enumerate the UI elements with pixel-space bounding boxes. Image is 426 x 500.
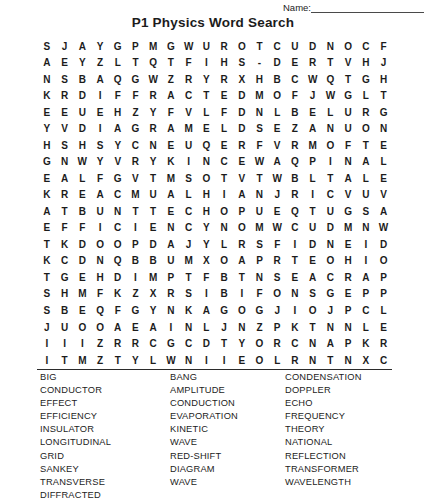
grid-cell-r16c18: E — [339, 286, 357, 303]
grid-cell-r11c13: U — [251, 203, 269, 220]
grid-cell-r1c16: D — [304, 38, 322, 55]
grid-cell-r14c13: P — [251, 253, 269, 270]
grid-cell-r5c14: L — [268, 104, 286, 121]
grid-cell-r9c11: T — [215, 170, 233, 187]
grid-cell-r10c2: R — [56, 187, 74, 204]
grid-cell-r12c20: W — [375, 220, 393, 237]
grid-cell-r19c17: A — [322, 335, 340, 352]
grid-cell-r2c18: V — [339, 55, 357, 72]
grid-cell-r2c10: I — [197, 55, 215, 72]
grid-cell-r13c19: I — [357, 236, 375, 253]
word-list-item: GRID — [40, 450, 170, 463]
grid-cell-r13c2: K — [56, 236, 74, 253]
grid-cell-r10c9: L — [180, 187, 198, 204]
grid-cell-r15c9: T — [180, 269, 198, 286]
grid-cell-r4c14: O — [268, 88, 286, 105]
grid-cell-r9c16: L — [304, 170, 322, 187]
grid-cell-r9c15: B — [286, 170, 304, 187]
grid-cell-r10c3: E — [73, 187, 91, 204]
grid-cell-r4c8: A — [162, 88, 180, 105]
grid-cell-r18c3: O — [73, 319, 91, 336]
grid-cell-r10c20: V — [375, 187, 393, 204]
grid-cell-r1c10: U — [197, 38, 215, 55]
grid-cell-r12c9: C — [180, 220, 198, 237]
grid-cell-r14c12: A — [233, 253, 251, 270]
grid-cell-r8c7: Y — [144, 154, 162, 171]
grid-cell-r9c2: A — [56, 170, 74, 187]
grid-cell-r14c3: D — [73, 253, 91, 270]
grid-cell-r2c4: Z — [91, 55, 109, 72]
grid-cell-r13c6: P — [127, 236, 145, 253]
grid-cell-r12c1: E — [38, 220, 56, 237]
name-label: Name: — [283, 2, 311, 13]
grid-cell-r20c20: C — [375, 352, 393, 369]
grid-cell-r7c10: Q — [197, 137, 215, 154]
grid-cell-r18c14: P — [268, 319, 286, 336]
grid-cell-r5c10: L — [197, 104, 215, 121]
grid-cell-r1c18: O — [339, 38, 357, 55]
grid-cell-r1c4: Y — [91, 38, 109, 55]
grid-cell-r3c8: Z — [162, 71, 180, 88]
grid-cell-r11c15: Q — [286, 203, 304, 220]
word-list-item: CONDENSATION — [285, 371, 422, 384]
grid-cell-r2c20: J — [375, 55, 393, 72]
grid-cell-r2c6: T — [127, 55, 145, 72]
grid-cell-r15c11: B — [215, 269, 233, 286]
grid-cell-r1c13: T — [251, 38, 269, 55]
grid-cell-r11c7: T — [144, 203, 162, 220]
grid-cell-r20c14: L — [268, 352, 286, 369]
grid-cell-r6c3: D — [73, 121, 91, 138]
grid-cell-r20c11: I — [215, 352, 233, 369]
grid-cell-r6c11: L — [215, 121, 233, 138]
grid-cell-r12c10: Y — [197, 220, 215, 237]
worksheet-page: Name: P1 Physics Word Search SJAYGPMGWUR… — [0, 0, 426, 500]
grid-cell-r15c19: A — [357, 269, 375, 286]
grid-cell-r13c17: N — [322, 236, 340, 253]
grid-cell-r13c18: E — [339, 236, 357, 253]
word-list-item: DIFFRACTED — [40, 489, 170, 500]
grid-cell-r15c3: E — [73, 269, 91, 286]
grid-cell-r12c15: C — [286, 220, 304, 237]
grid-cell-r15c15: E — [286, 269, 304, 286]
grid-cell-r4c6: F — [127, 88, 145, 105]
grid-cell-r9c3: L — [73, 170, 91, 187]
grid-cell-r4c9: C — [180, 88, 198, 105]
grid-cell-r1c12: O — [233, 38, 251, 55]
grid-cell-r11c5: N — [109, 203, 127, 220]
grid-cell-r2c11: H — [215, 55, 233, 72]
grid-cell-r8c5: V — [109, 154, 127, 171]
name-fill-line — [311, 12, 424, 13]
grid-cell-r1c17: N — [322, 38, 340, 55]
grid-cell-r11c6: T — [127, 203, 145, 220]
grid-cell-r17c7: Y — [144, 302, 162, 319]
grid-cell-r20c7: L — [144, 352, 162, 369]
grid-cell-r15c17: C — [322, 269, 340, 286]
grid-cell-r2c15: E — [286, 55, 304, 72]
grid-cell-r7c7: N — [144, 137, 162, 154]
grid-cell-r4c19: L — [357, 88, 375, 105]
grid-cell-r4c5: F — [109, 88, 127, 105]
grid-cell-r17c20: L — [375, 302, 393, 319]
grid-cell-r3c4: A — [91, 71, 109, 88]
grid-cell-r7c3: H — [73, 137, 91, 154]
grid-cell-r1c9: W — [180, 38, 198, 55]
grid-cell-r6c18: U — [339, 121, 357, 138]
word-list-item: WAVE — [170, 436, 285, 449]
grid-cell-r3c17: Q — [322, 71, 340, 88]
grid-cell-r13c12: R — [233, 236, 251, 253]
grid-cell-r7c4: S — [91, 137, 109, 154]
grid-cell-r16c11: B — [215, 286, 233, 303]
grid-cell-r15c8: P — [162, 269, 180, 286]
grid-cell-r8c8: K — [162, 154, 180, 171]
grid-cell-r5c2: E — [56, 104, 74, 121]
grid-cell-r5c7: Y — [144, 104, 162, 121]
grid-cell-r2c8: T — [162, 55, 180, 72]
grid-cell-r18c7: A — [144, 319, 162, 336]
grid-cell-r16c13: F — [251, 286, 269, 303]
grid-cell-r14c17: O — [322, 253, 340, 270]
grid-cell-r7c18: F — [339, 137, 357, 154]
grid-cell-r14c6: B — [127, 253, 145, 270]
grid-cell-r10c14: J — [268, 187, 286, 204]
grid-cell-r20c17: T — [322, 352, 340, 369]
grid-cell-r17c2: B — [56, 302, 74, 319]
word-list-column-3: CONDENSATIONDOPPLERECHOFREQUENCYTHEORYNA… — [285, 371, 422, 500]
grid-cell-r18c13: Z — [251, 319, 269, 336]
word-list-item: REFLECTION — [285, 450, 422, 463]
grid-cell-r18c4: O — [91, 319, 109, 336]
grid-cell-r4c4: I — [91, 88, 109, 105]
grid-cell-r17c16: O — [304, 302, 322, 319]
grid-cell-r17c4: Q — [91, 302, 109, 319]
grid-cell-r3c20: H — [375, 71, 393, 88]
grid-cell-r19c10: D — [197, 335, 215, 352]
grid-cell-r17c11: G — [215, 302, 233, 319]
grid-cell-r6c19: O — [357, 121, 375, 138]
grid-cell-r11c17: U — [322, 203, 340, 220]
word-list: BIGCONDUCTOREFFECTEFFICIENCYINSULATORLON… — [40, 371, 422, 500]
grid-cell-r16c3: M — [73, 286, 91, 303]
word-list-item: LONGITUDINAL — [40, 436, 170, 449]
grid-cell-r19c8: G — [162, 335, 180, 352]
grid-cell-r6c7: R — [144, 121, 162, 138]
grid-cell-r15c6: I — [127, 269, 145, 286]
grid-cell-r20c3: M — [73, 352, 91, 369]
grid-cell-r19c16: N — [304, 335, 322, 352]
grid-cell-r1c6: P — [127, 38, 145, 55]
grid-cell-r6c14: E — [268, 121, 286, 138]
grid-cell-r8c1: G — [38, 154, 56, 171]
grid-cell-r13c7: D — [144, 236, 162, 253]
grid-cell-r17c14: J — [268, 302, 286, 319]
grid-cell-r19c14: R — [268, 335, 286, 352]
grid-cell-r20c10: I — [197, 352, 215, 369]
word-list-item: RED-SHIFT — [170, 450, 285, 463]
grid-cell-r5c17: L — [322, 104, 340, 121]
word-list-item: KINETIC — [170, 423, 285, 436]
grid-cell-r1c19: C — [357, 38, 375, 55]
grid-cell-r8c19: A — [357, 154, 375, 171]
grid-cell-r1c14: C — [268, 38, 286, 55]
word-list-item: BANG — [170, 371, 285, 384]
grid-cell-r18c6: E — [127, 319, 145, 336]
grid-cell-r11c16: T — [304, 203, 322, 220]
grid-cell-r3c15: C — [286, 71, 304, 88]
word-list-item: ECHO — [285, 397, 422, 410]
grid-cell-r20c5: T — [109, 352, 127, 369]
grid-cell-r15c5: D — [109, 269, 127, 286]
grid-cell-r8c17: I — [322, 154, 340, 171]
grid-cell-r9c7: T — [144, 170, 162, 187]
grid-cell-r18c17: N — [322, 319, 340, 336]
grid-cell-r7c8: E — [162, 137, 180, 154]
grid-cell-r5c8: F — [162, 104, 180, 121]
grid-cell-r3c12: X — [233, 71, 251, 88]
grid-cell-r6c10: E — [197, 121, 215, 138]
grid-cell-r13c15: I — [286, 236, 304, 253]
grid-cell-r16c14: O — [268, 286, 286, 303]
grid-cell-r14c9: M — [180, 253, 198, 270]
grid-cell-r3c18: T — [339, 71, 357, 88]
grid-cell-r1c20: F — [375, 38, 393, 55]
grid-cell-r6c12: D — [233, 121, 251, 138]
grid-cell-r11c19: S — [357, 203, 375, 220]
word-list-item: BIG — [40, 371, 170, 384]
grid-cell-r5c16: E — [304, 104, 322, 121]
grid-cell-r2c17: T — [322, 55, 340, 72]
grid-cell-r1c8: G — [162, 38, 180, 55]
grid-cell-r7c2: S — [56, 137, 74, 154]
grid-cell-r11c18: G — [339, 203, 357, 220]
grid-cell-r15c10: F — [197, 269, 215, 286]
grid-cell-r10c7: U — [144, 187, 162, 204]
grid-cell-r19c18: P — [339, 335, 357, 352]
grid-cell-r7c14: V — [268, 137, 286, 154]
grid-cell-r2c3: Y — [73, 55, 91, 72]
grid-cell-r9c1: E — [38, 170, 56, 187]
grid-cell-r12c14: W — [268, 220, 286, 237]
grid-cell-r16c4: F — [91, 286, 109, 303]
grid-cell-r7c9: U — [180, 137, 198, 154]
grid-cell-r17c12: O — [233, 302, 251, 319]
grid-cell-r20c8: W — [162, 352, 180, 369]
grid-cell-r8c11: C — [215, 154, 233, 171]
grid-cell-r16c10: I — [197, 286, 215, 303]
grid-cell-r20c16: N — [304, 352, 322, 369]
grid-cell-r4c13: M — [251, 88, 269, 105]
grid-cell-r12c2: F — [56, 220, 74, 237]
page-title: P1 Physics Word Search — [0, 15, 426, 30]
divider-line — [37, 369, 392, 370]
grid-cell-r12c7: E — [144, 220, 162, 237]
grid-cell-r4c15: F — [286, 88, 304, 105]
grid-cell-r20c18: N — [339, 352, 357, 369]
grid-cell-r9c17: T — [322, 170, 340, 187]
grid-cell-r3c5: Q — [109, 71, 127, 88]
grid-cell-r17c6: G — [127, 302, 145, 319]
grid-cell-r18c12: N — [233, 319, 251, 336]
grid-cell-r11c20: A — [375, 203, 393, 220]
grid-cell-r2c9: F — [180, 55, 198, 72]
grid-cell-r19c15: C — [286, 335, 304, 352]
grid-cell-r5c12: D — [233, 104, 251, 121]
grid-cell-r18c1: J — [38, 319, 56, 336]
word-list-column-1: BIGCONDUCTOREFFECTEFFICIENCYINSULATORLON… — [40, 371, 170, 500]
grid-cell-r11c8: E — [162, 203, 180, 220]
grid-cell-r7c5: Y — [109, 137, 127, 154]
grid-cell-r4c18: G — [339, 88, 357, 105]
grid-cell-r5c13: N — [251, 104, 269, 121]
grid-cell-r8c15: Q — [286, 154, 304, 171]
grid-cell-r1c1: S — [38, 38, 56, 55]
grid-cell-r12c16: U — [304, 220, 322, 237]
grid-cell-r10c12: A — [233, 187, 251, 204]
word-list-item: INSULATOR — [40, 423, 170, 436]
grid-cell-r16c15: N — [286, 286, 304, 303]
word-list-item: AMPLITUDE — [170, 384, 285, 397]
grid-cell-r19c13: O — [251, 335, 269, 352]
grid-cell-r15c16: A — [304, 269, 322, 286]
grid-cell-r5c11: F — [215, 104, 233, 121]
grid-cell-r13c20: D — [375, 236, 393, 253]
grid-cell-r1c5: G — [109, 38, 127, 55]
grid-cell-r15c2: G — [56, 269, 74, 286]
grid-cell-r19c4: Z — [91, 335, 109, 352]
grid-cell-r13c16: D — [304, 236, 322, 253]
grid-cell-r15c18: R — [339, 269, 357, 286]
grid-cell-r4c11: E — [215, 88, 233, 105]
grid-cell-r17c15: I — [286, 302, 304, 319]
grid-cell-r18c2: U — [56, 319, 74, 336]
grid-cell-r14c4: N — [91, 253, 109, 270]
grid-cell-r7c19: T — [357, 137, 375, 154]
grid-cell-r1c15: U — [286, 38, 304, 55]
grid-cell-r14c19: I — [357, 253, 375, 270]
grid-cell-r16c20: P — [375, 286, 393, 303]
grid-cell-r19c7: C — [144, 335, 162, 352]
grid-cell-r11c12: P — [233, 203, 251, 220]
grid-cell-r10c15: R — [286, 187, 304, 204]
grid-cell-r2c7: Q — [144, 55, 162, 72]
word-list-item: CONDUCTION — [170, 397, 285, 410]
grid-cell-r5c18: U — [339, 104, 357, 121]
grid-cell-r14c2: C — [56, 253, 74, 270]
grid-cell-r18c9: N — [180, 319, 198, 336]
grid-cell-r3c13: H — [251, 71, 269, 88]
grid-cell-r2c1: A — [38, 55, 56, 72]
grid-cell-r18c10: L — [197, 319, 215, 336]
grid-cell-r3c7: W — [144, 71, 162, 88]
grid-cell-r3c3: B — [73, 71, 91, 88]
grid-cell-r4c1: K — [38, 88, 56, 105]
grid-cell-r13c11: L — [215, 236, 233, 253]
grid-cell-r15c13: N — [251, 269, 269, 286]
grid-cell-r9c5: G — [109, 170, 127, 187]
grid-cell-r8c4: Y — [91, 154, 109, 171]
grid-cell-r16c19: P — [357, 286, 375, 303]
grid-cell-r16c6: Z — [127, 286, 145, 303]
word-list-item: EFFECT — [40, 397, 170, 410]
grid-cell-r18c18: N — [339, 319, 357, 336]
grid-cell-r11c14: E — [268, 203, 286, 220]
grid-cell-r15c12: T — [233, 269, 251, 286]
grid-cell-r4c3: D — [73, 88, 91, 105]
grid-cell-r19c12: Y — [233, 335, 251, 352]
word-search-grid: SJAYGPMGWUROTCUDNOCFAEYZLTQTFIHS-DERTVHJ… — [38, 38, 392, 368]
grid-cell-r4c16: J — [304, 88, 322, 105]
grid-cell-r4c2: R — [56, 88, 74, 105]
grid-cell-r14c5: Q — [109, 253, 127, 270]
grid-cell-r7c20: E — [375, 137, 393, 154]
grid-cell-r8c13: W — [251, 154, 269, 171]
grid-cell-r6c15: Z — [286, 121, 304, 138]
word-list-item: EVAPORATION — [170, 410, 285, 423]
grid-cell-r10c5: C — [109, 187, 127, 204]
grid-cell-r9c10: O — [197, 170, 215, 187]
grid-cell-r20c2: T — [56, 352, 74, 369]
grid-cell-r11c11: O — [215, 203, 233, 220]
grid-cell-r16c12: I — [233, 286, 251, 303]
grid-cell-r6c13: S — [251, 121, 269, 138]
grid-cell-r18c15: K — [286, 319, 304, 336]
grid-cell-r6c9: M — [180, 121, 198, 138]
grid-cell-r8c6: R — [127, 154, 145, 171]
grid-cell-r17c17: J — [322, 302, 340, 319]
grid-cell-r4c10: T — [197, 88, 215, 105]
grid-cell-r19c2: I — [56, 335, 74, 352]
word-list-item: THEORY — [285, 423, 422, 436]
grid-cell-r13c1: T — [38, 236, 56, 253]
grid-cell-r12c13: M — [251, 220, 269, 237]
grid-cell-r9c9: S — [180, 170, 198, 187]
word-list-item: DIAGRAM — [170, 463, 285, 476]
grid-cell-r17c13: G — [251, 302, 269, 319]
grid-cell-r5c5: H — [109, 104, 127, 121]
grid-cell-r8c20: L — [375, 154, 393, 171]
grid-cell-r10c19: U — [357, 187, 375, 204]
grid-cell-r5c9: V — [180, 104, 198, 121]
grid-cell-r6c6: G — [127, 121, 145, 138]
grid-cell-r16c8: R — [162, 286, 180, 303]
grid-cell-r12c8: N — [162, 220, 180, 237]
grid-cell-r7c15: R — [286, 137, 304, 154]
grid-cell-r17c18: P — [339, 302, 357, 319]
grid-cell-r12c3: F — [73, 220, 91, 237]
grid-cell-r2c14: D — [268, 55, 286, 72]
grid-cell-r20c15: R — [286, 352, 304, 369]
grid-cell-r6c2: V — [56, 121, 74, 138]
grid-cell-r8c3: W — [73, 154, 91, 171]
grid-cell-r18c5: A — [109, 319, 127, 336]
grid-cell-r19c3: I — [73, 335, 91, 352]
grid-cell-r8c12: E — [233, 154, 251, 171]
grid-cell-r10c8: A — [162, 187, 180, 204]
grid-cell-r14c16: E — [304, 253, 322, 270]
grid-cell-r10c11: I — [215, 187, 233, 204]
grid-cell-r6c5: A — [109, 121, 127, 138]
grid-cell-r9c8: M — [162, 170, 180, 187]
grid-cell-r9c6: V — [127, 170, 145, 187]
grid-cell-r10c4: A — [91, 187, 109, 204]
grid-cell-r16c2: H — [56, 286, 74, 303]
grid-cell-r17c10: A — [197, 302, 215, 319]
grid-cell-r7c11: E — [215, 137, 233, 154]
grid-cell-r3c16: W — [304, 71, 322, 88]
grid-cell-r14c14: R — [268, 253, 286, 270]
